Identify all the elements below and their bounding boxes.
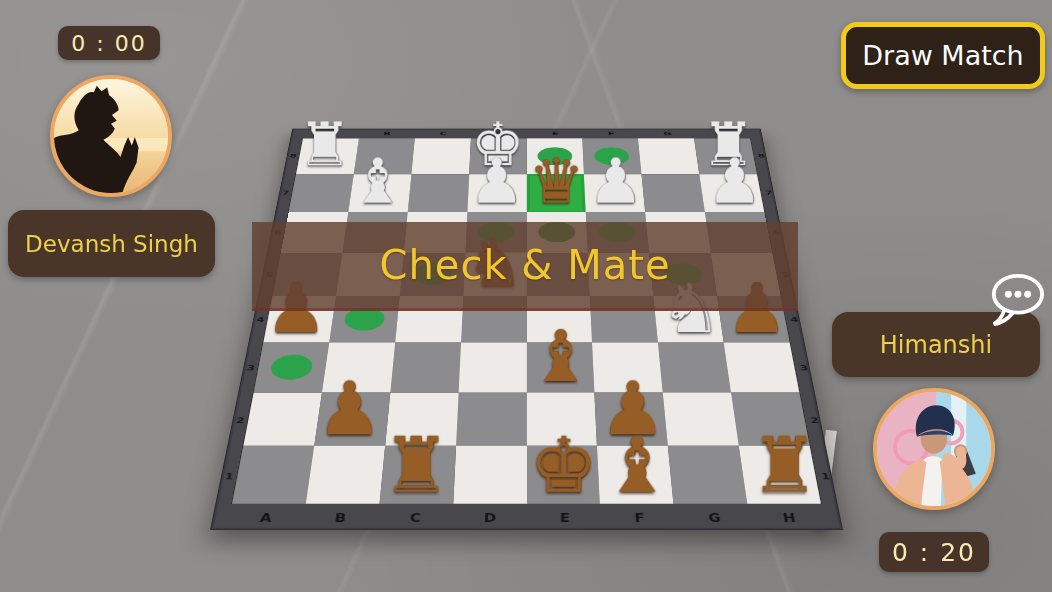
file-label-e-top: E (552, 130, 559, 136)
file-label-f-top: F (608, 130, 615, 136)
square-g8[interactable] (638, 138, 699, 174)
rank-label-1-left: 1 (224, 471, 235, 481)
square-b2[interactable]: ♟ (314, 392, 390, 446)
square-e7[interactable]: ♛ (527, 174, 586, 212)
square-d2[interactable] (456, 392, 527, 446)
checkmate-banner-text: Check & Mate (380, 242, 671, 288)
piece-wood-pawn-b2[interactable]: ♟ (317, 374, 383, 444)
game-scene: ♜♚♜♝♟♛♟♟♞♟♞♟♝♟♟♜♚♝♜ AABBCCDDEEFFGGHH1122… (0, 0, 1052, 592)
rank-label-8-left: 8 (289, 153, 297, 159)
square-h1[interactable]: ♜ (739, 446, 821, 504)
square-e1[interactable]: ♚ (527, 446, 601, 504)
chat-bubble-icon[interactable] (988, 272, 1046, 324)
square-g2[interactable] (663, 392, 739, 446)
piece-silver-pawn-d7[interactable]: ♟ (469, 152, 524, 211)
square-g1[interactable] (668, 446, 747, 504)
player-timer: 0 : 20 (879, 532, 989, 572)
square-h7[interactable]: ♟ (699, 174, 764, 212)
file-label-h-bottom: H (782, 512, 797, 525)
square-b7[interactable]: ♝ (348, 174, 411, 212)
opponent-name-panel: Devansh Singh (8, 210, 215, 277)
rank-label-4-right: 4 (790, 315, 799, 323)
piece-wood-bishop-f1[interactable]: ♝ (602, 429, 671, 502)
file-label-g-top: G (663, 130, 672, 136)
draw-match-button[interactable]: Draw Match (841, 22, 1045, 89)
piece-silver-rook-a8[interactable]: ♜ (298, 116, 352, 173)
board-grid: ♜♚♜♝♟♛♟♟♞♟♞♟♝♟♟♜♚♝♜ (231, 138, 822, 504)
rank-label-2-left: 2 (235, 415, 245, 425)
piece-wood-rook-c1[interactable]: ♜ (382, 429, 451, 502)
file-label-d-bottom: D (484, 512, 497, 525)
file-label-c-bottom: C (409, 512, 421, 525)
checkmate-banner: Check & Mate (252, 222, 798, 311)
file-label-e-bottom: E (560, 512, 571, 525)
file-label-g-bottom: G (708, 512, 722, 525)
square-c8[interactable] (411, 138, 470, 174)
file-label-b-bottom: B (334, 512, 347, 525)
square-c7[interactable] (408, 174, 469, 212)
rank-label-4-left: 4 (256, 315, 265, 323)
rank-label-1-right: 1 (820, 471, 831, 481)
praying-silhouette-image (54, 79, 168, 193)
file-label-a-bottom: A (259, 512, 273, 525)
opponent-timer: 0 : 00 (58, 26, 160, 60)
square-f7[interactable]: ♟ (584, 174, 645, 212)
square-f1[interactable]: ♝ (597, 446, 673, 504)
square-h3[interactable] (724, 342, 799, 392)
draw-match-label: Draw Match (862, 40, 1024, 71)
opponent-timer-value: 0 : 00 (71, 31, 146, 56)
square-d7[interactable]: ♟ (467, 174, 526, 212)
piece-wood-bishop-e3[interactable]: ♝ (529, 323, 593, 390)
opponent-name: Devansh Singh (25, 231, 198, 257)
square-g3[interactable] (658, 342, 731, 392)
board-frame: ♜♚♜♝♟♛♟♟♞♟♞♟♝♟♟♜♚♝♜ AABBCCDDEEFFGGHH1122… (210, 129, 843, 530)
square-c3[interactable] (390, 342, 461, 392)
player-timer-value: 0 : 20 (892, 538, 976, 567)
square-d3[interactable] (458, 342, 526, 392)
piece-wood-king-e1[interactable]: ♚ (529, 429, 598, 502)
square-e3[interactable]: ♝ (527, 342, 595, 392)
square-g7[interactable] (642, 174, 705, 212)
file-label-c-top: C (439, 130, 447, 136)
file-label-b-top: B (383, 130, 391, 136)
piece-wood-rook-h1[interactable]: ♜ (749, 429, 818, 502)
opponent-avatar[interactable] (50, 75, 172, 197)
rank-label-7-left: 7 (282, 189, 290, 196)
file-label-f-bottom: F (634, 512, 645, 525)
piece-silver-pawn-h7[interactable]: ♟ (707, 152, 762, 211)
piece-silver-pawn-f7[interactable]: ♟ (588, 152, 643, 211)
square-a2[interactable] (243, 392, 322, 446)
player-avatar[interactable] (873, 388, 995, 510)
square-a7[interactable] (289, 174, 354, 212)
piece-wood-queen-e7[interactable]: ♛ (528, 152, 583, 211)
square-c1[interactable]: ♜ (379, 446, 455, 504)
player-name: Himanshi (880, 331, 992, 359)
piece-silver-bishop-b7[interactable]: ♝ (350, 152, 405, 211)
woman-beanie-image (877, 392, 991, 506)
rank-label-3-right: 3 (799, 364, 809, 373)
move-dot-a3 (269, 355, 314, 380)
square-a1[interactable] (232, 446, 314, 504)
rank-label-7-right: 7 (765, 189, 773, 196)
chess-board: ♜♚♜♝♟♛♟♟♞♟♞♟♝♟♟♜♚♝♜ AABBCCDDEEFFGGHH1122… (210, 129, 843, 530)
square-b1[interactable] (306, 446, 385, 504)
square-d1[interactable] (453, 446, 527, 504)
rank-label-3-left: 3 (246, 364, 256, 373)
